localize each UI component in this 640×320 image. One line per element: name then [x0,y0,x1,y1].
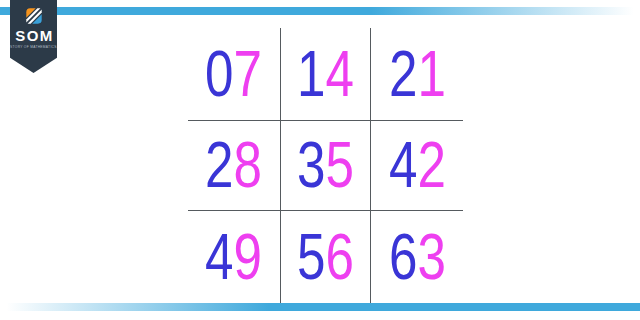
grid-cell-r1c2: 14 [280,28,372,120]
cell-number: 21 [389,42,446,106]
units-digit: 1 [417,38,445,110]
page: SOM STORY OF MATHEMATICS 07 14 21 28 35 … [0,0,640,320]
number-grid: 07 14 21 28 35 42 49 56 63 [188,28,463,303]
units-digit: 3 [417,221,445,293]
grid-cell-r1c3: 21 [371,28,463,120]
units-digit: 6 [325,221,353,293]
tens-digit: 2 [205,129,233,201]
brand-name: SOM [15,28,54,43]
grid-cell-r2c2: 35 [280,120,372,212]
tens-digit: 3 [297,129,325,201]
units-digit: 4 [325,38,353,110]
cell-number: 49 [205,225,262,289]
units-digit: 7 [234,38,262,110]
tens-digit: 2 [389,38,417,110]
tens-digit: 6 [389,221,417,293]
tens-digit: 5 [297,221,325,293]
cell-number: 35 [297,133,354,197]
tens-digit: 1 [297,38,325,110]
units-digit: 2 [417,129,445,201]
cell-number: 14 [297,42,354,106]
cell-number: 56 [297,225,354,289]
grid-cell-r1c1: 07 [188,28,280,120]
tens-digit: 4 [205,221,233,293]
grid-cell-r2c3: 42 [371,120,463,212]
cell-number: 07 [205,42,262,106]
tens-digit: 0 [205,38,233,110]
bottom-accent-bar [0,303,640,311]
grid-cell-r2c1: 28 [188,120,280,212]
grid-cell-r3c2: 56 [280,211,372,303]
grid-cell-r3c1: 49 [188,211,280,303]
grid-cell-r3c3: 63 [371,211,463,303]
tens-digit: 4 [389,129,417,201]
top-accent-bar [0,7,640,15]
units-digit: 5 [325,129,353,201]
cell-number: 63 [389,225,446,289]
brand-badge: SOM STORY OF MATHEMATICS [10,0,57,73]
som-logo-icon [22,4,46,28]
cell-number: 42 [389,133,446,197]
units-digit: 9 [234,221,262,293]
units-digit: 8 [234,129,262,201]
brand-tagline: STORY OF MATHEMATICS [10,45,57,48]
cell-number: 28 [205,133,262,197]
